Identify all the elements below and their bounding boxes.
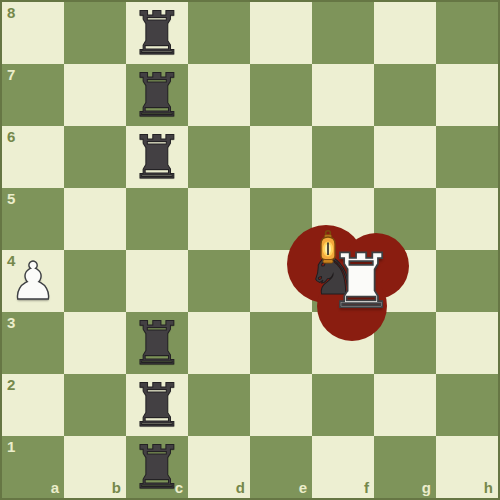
square-h4[interactable] (436, 250, 498, 312)
square-e5[interactable] (250, 188, 312, 250)
rank-label-8: 8 (7, 5, 15, 20)
square-d1[interactable]: d (188, 436, 250, 498)
square-h3[interactable] (436, 312, 498, 374)
square-a6[interactable]: 6 (2, 126, 64, 188)
square-e2[interactable] (250, 374, 312, 436)
square-e7[interactable] (250, 64, 312, 126)
file-label-g: g (422, 480, 431, 495)
square-d6[interactable] (188, 126, 250, 188)
piece-white-pawn-a4[interactable]: ♟ (10, 255, 57, 307)
square-f4[interactable]: ♜ (312, 250, 374, 312)
square-h8[interactable] (436, 2, 498, 64)
file-label-h: h (484, 480, 493, 495)
square-f8[interactable] (312, 2, 374, 64)
square-a1[interactable]: 1a (2, 436, 64, 498)
square-b2[interactable] (64, 374, 126, 436)
square-h6[interactable] (436, 126, 498, 188)
square-g1[interactable]: g (374, 436, 436, 498)
square-h7[interactable] (436, 64, 498, 126)
square-e1[interactable]: e (250, 436, 312, 498)
piece-black-rook-c2[interactable]: ♜ (130, 375, 184, 435)
square-a5[interactable]: 5 (2, 188, 64, 250)
square-b7[interactable] (64, 64, 126, 126)
square-e3[interactable] (250, 312, 312, 374)
square-a7[interactable]: 7 (2, 64, 64, 126)
rank-label-3: 3 (7, 315, 15, 330)
square-e8[interactable] (250, 2, 312, 64)
square-d3[interactable] (188, 312, 250, 374)
rank-label-6: 6 (7, 129, 15, 144)
rank-label-5: 5 (7, 191, 15, 206)
square-c5[interactable] (126, 188, 188, 250)
square-h5[interactable] (436, 188, 498, 250)
square-g8[interactable] (374, 2, 436, 64)
file-label-d: d (236, 480, 245, 495)
square-h1[interactable]: h (436, 436, 498, 498)
square-b6[interactable] (64, 126, 126, 188)
square-c8[interactable]: ♜ (126, 2, 188, 64)
square-d5[interactable] (188, 188, 250, 250)
piece-black-rook-c6[interactable]: ♜ (130, 127, 184, 187)
board: 8♜7♜6♜54♟♜3♜2♜1abc♜defgh ♞ (0, 0, 500, 500)
square-h2[interactable] (436, 374, 498, 436)
square-c3[interactable]: ♜ (126, 312, 188, 374)
file-label-b: b (112, 480, 121, 495)
piece-black-rook-c8[interactable]: ♜ (130, 3, 184, 63)
square-b3[interactable] (64, 312, 126, 374)
square-a2[interactable]: 2 (2, 374, 64, 436)
square-b8[interactable] (64, 2, 126, 64)
square-e4[interactable] (250, 250, 312, 312)
piece-black-rook-c7[interactable]: ♜ (130, 65, 184, 125)
file-label-f: f (364, 480, 369, 495)
square-c7[interactable]: ♜ (126, 64, 188, 126)
rank-label-1: 1 (7, 439, 15, 454)
square-g2[interactable] (374, 374, 436, 436)
square-c4[interactable] (126, 250, 188, 312)
file-label-a: a (51, 480, 59, 495)
square-e6[interactable] (250, 126, 312, 188)
square-a8[interactable]: 8 (2, 2, 64, 64)
square-g6[interactable] (374, 126, 436, 188)
square-d8[interactable] (188, 2, 250, 64)
square-d4[interactable] (188, 250, 250, 312)
piece-black-rook-c1[interactable]: ♜ (130, 437, 184, 497)
square-d2[interactable] (188, 374, 250, 436)
piece-white-rook-f4[interactable]: ♜ (327, 244, 394, 319)
square-f7[interactable] (312, 64, 374, 126)
square-c2[interactable]: ♜ (126, 374, 188, 436)
square-g7[interactable] (374, 64, 436, 126)
piece-black-rook-c3[interactable]: ♜ (130, 313, 184, 373)
square-c1[interactable]: c♜ (126, 436, 188, 498)
square-f2[interactable] (312, 374, 374, 436)
square-d7[interactable] (188, 64, 250, 126)
square-a3[interactable]: 3 (2, 312, 64, 374)
square-b4[interactable] (64, 250, 126, 312)
square-c6[interactable]: ♜ (126, 126, 188, 188)
rank-label-7: 7 (7, 67, 15, 82)
file-label-e: e (299, 480, 307, 495)
square-f6[interactable] (312, 126, 374, 188)
square-b1[interactable]: b (64, 436, 126, 498)
square-a4[interactable]: 4♟ (2, 250, 64, 312)
square-b5[interactable] (64, 188, 126, 250)
square-f1[interactable]: f (312, 436, 374, 498)
rank-label-2: 2 (7, 377, 15, 392)
